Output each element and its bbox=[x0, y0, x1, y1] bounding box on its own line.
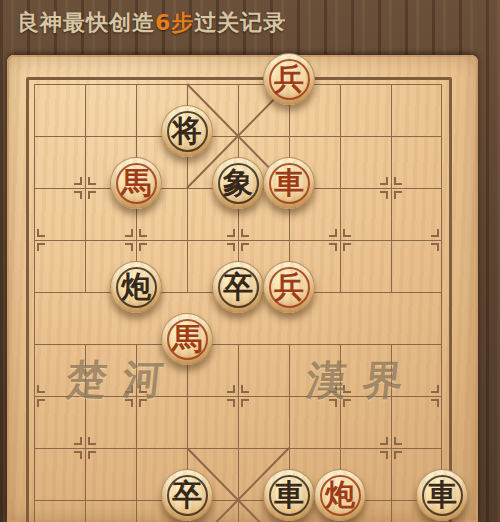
piece-red-車[interactable]: 車 bbox=[263, 157, 315, 209]
piece-black-象[interactable]: 象 bbox=[212, 157, 264, 209]
piece-glyph: 兵 bbox=[274, 64, 304, 94]
piece-glyph: 車 bbox=[427, 480, 457, 510]
piece-glyph: 卒 bbox=[223, 272, 253, 302]
title-highlight: 6步 bbox=[155, 10, 194, 35]
pieces-layer: 兵将馬象車炮卒兵馬卒車炮車 bbox=[34, 84, 442, 522]
piece-black-車[interactable]: 車 bbox=[263, 469, 315, 521]
app-screen: 良神最快创造6步过关记录 楚河 漢界 兵将馬象車炮卒兵馬卒車炮車 bbox=[0, 0, 500, 522]
piece-glyph: 卒 bbox=[172, 480, 202, 510]
piece-red-兵[interactable]: 兵 bbox=[263, 53, 315, 105]
title-text-1: 良神最快创造 bbox=[17, 10, 155, 35]
piece-glyph: 象 bbox=[223, 168, 253, 198]
piece-black-将[interactable]: 将 bbox=[161, 105, 213, 157]
piece-glyph: 炮 bbox=[325, 480, 355, 510]
piece-glyph: 車 bbox=[274, 480, 304, 510]
piece-red-兵[interactable]: 兵 bbox=[263, 261, 315, 313]
piece-red-馬[interactable]: 馬 bbox=[161, 313, 213, 365]
piece-black-炮[interactable]: 炮 bbox=[110, 261, 162, 313]
piece-glyph: 兵 bbox=[274, 272, 304, 302]
title-text-2: 过关记录 bbox=[194, 10, 286, 35]
piece-glyph: 馬 bbox=[172, 324, 202, 354]
page-title: 良神最快创造6步过关记录 bbox=[17, 8, 286, 38]
piece-black-車[interactable]: 車 bbox=[416, 469, 468, 521]
piece-black-卒[interactable]: 卒 bbox=[212, 261, 264, 313]
piece-glyph: 車 bbox=[274, 168, 304, 198]
xiangqi-board: 楚河 漢界 兵将馬象車炮卒兵馬卒車炮車 bbox=[7, 55, 478, 522]
piece-glyph: 将 bbox=[172, 116, 202, 146]
piece-black-卒[interactable]: 卒 bbox=[161, 469, 213, 521]
piece-glyph: 炮 bbox=[121, 272, 151, 302]
piece-red-馬[interactable]: 馬 bbox=[110, 157, 162, 209]
piece-red-炮[interactable]: 炮 bbox=[314, 469, 366, 521]
piece-glyph: 馬 bbox=[121, 168, 151, 198]
